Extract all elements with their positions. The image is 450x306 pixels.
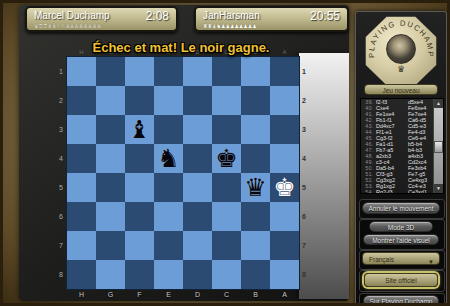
- status-message: Échec et mat! Le noir gagne.: [59, 40, 303, 55]
- square-d1[interactable]: [183, 57, 212, 86]
- official-site-button[interactable]: Site officiel: [364, 273, 438, 287]
- square-g8[interactable]: [96, 260, 125, 289]
- move-rows: 39.f2-f3d5xe440.Cxe4Fe6xe441.Fe1xe4Fe7xe…: [361, 99, 443, 194]
- coord-label-2: 2: [49, 86, 63, 115]
- coord-label-5: 5: [49, 173, 63, 202]
- square-f4[interactable]: [125, 144, 154, 173]
- square-f2[interactable]: [125, 86, 154, 115]
- square-b2[interactable]: [241, 86, 270, 115]
- square-f3[interactable]: ♝: [125, 115, 154, 144]
- square-b8[interactable]: [241, 260, 270, 289]
- white-player-clock: 2:08: [146, 9, 169, 23]
- piece-wK-a5[interactable]: ♚: [270, 173, 299, 202]
- square-e2[interactable]: [154, 86, 183, 115]
- white-player-plate: Marcel Duchamp 2:08 ♕♖♖♗♗♘♘♙♙♙♙♙♙♙♙: [25, 6, 178, 32]
- square-c6[interactable]: [212, 202, 241, 231]
- mode-3d-button[interactable]: Mode 3D: [369, 221, 433, 232]
- playing-duchamp-logo: PLAYING DUCHAMP ♛: [365, 16, 437, 86]
- coord-label-f: F: [125, 291, 154, 298]
- about-button[interactable]: Sur Playing Duchamp: [363, 295, 439, 306]
- square-c5[interactable]: [212, 173, 241, 202]
- square-g2[interactable]: [96, 86, 125, 115]
- black-player-name: JanHarsman: [203, 10, 260, 21]
- square-d3[interactable]: [183, 115, 212, 144]
- square-b7[interactable]: [241, 231, 270, 260]
- coord-label-8: 8: [302, 260, 314, 289]
- square-a3[interactable]: [270, 115, 299, 144]
- square-a5[interactable]: ♚: [270, 173, 299, 202]
- square-a4[interactable]: [270, 144, 299, 173]
- square-a7[interactable]: [270, 231, 299, 260]
- square-b5[interactable]: ♛: [241, 173, 270, 202]
- square-b3[interactable]: [241, 115, 270, 144]
- scroll-thumb[interactable]: [434, 141, 443, 153]
- square-d4[interactable]: [183, 144, 212, 173]
- coord-label-1: 1: [302, 57, 314, 86]
- square-h6[interactable]: [67, 202, 96, 231]
- move-list[interactable]: 39.f2-f3d5xe440.Cxe4Fe6xe441.Fe1xe4Fe7xe…: [360, 98, 444, 194]
- square-h4[interactable]: [67, 144, 96, 173]
- square-h3[interactable]: [67, 115, 96, 144]
- coord-label-4: 4: [49, 144, 63, 173]
- square-g1[interactable]: [96, 57, 125, 86]
- square-f1[interactable]: [125, 57, 154, 86]
- square-f7[interactable]: [125, 231, 154, 260]
- square-h1[interactable]: [67, 57, 96, 86]
- square-g6[interactable]: [96, 202, 125, 231]
- coord-label-2: 2: [302, 86, 314, 115]
- square-a8[interactable]: [270, 260, 299, 289]
- square-h5[interactable]: [67, 173, 96, 202]
- coord-label-a: A: [270, 291, 299, 298]
- square-e5[interactable]: [154, 173, 183, 202]
- language-value: Français: [369, 256, 394, 263]
- square-c4[interactable]: ♚: [212, 144, 241, 173]
- square-h2[interactable]: [67, 86, 96, 115]
- square-h7[interactable]: [67, 231, 96, 260]
- visual-aid-button[interactable]: Montrer l'aide visuel: [363, 234, 439, 245]
- square-g4[interactable]: [96, 144, 125, 173]
- square-h8[interactable]: [67, 260, 96, 289]
- coord-label-4: 4: [302, 144, 314, 173]
- square-e1[interactable]: [154, 57, 183, 86]
- coord-label-b: B: [241, 291, 270, 298]
- square-b4[interactable]: [241, 144, 270, 173]
- new-game-button[interactable]: Jeu nouveau: [364, 84, 438, 95]
- square-f5[interactable]: [125, 173, 154, 202]
- square-d7[interactable]: [183, 231, 212, 260]
- square-g7[interactable]: [96, 231, 125, 260]
- square-c2[interactable]: [212, 86, 241, 115]
- coord-label-d: D: [183, 291, 212, 298]
- move-number: 54.: [361, 189, 375, 194]
- square-e6[interactable]: [154, 202, 183, 231]
- coord-label-3: 3: [302, 115, 314, 144]
- square-c7[interactable]: [212, 231, 241, 260]
- piece-bQ-b5[interactable]: ♛: [241, 173, 270, 202]
- square-d6[interactable]: [183, 202, 212, 231]
- rank-labels-right: 12345678: [302, 57, 314, 289]
- coord-label-e: E: [154, 291, 183, 298]
- coord-label-5: 5: [302, 173, 314, 202]
- square-d2[interactable]: [183, 86, 212, 115]
- coord-label-6: 6: [302, 202, 314, 231]
- move-list-scrollbar[interactable]: ▲ ▼: [433, 99, 443, 193]
- piece-bK-c4[interactable]: ♚: [212, 144, 241, 173]
- white-player-name: Marcel Duchamp: [34, 10, 110, 21]
- rank-labels-left: 12345678: [49, 57, 63, 289]
- piece-bN-e4[interactable]: ♞: [154, 144, 183, 173]
- square-a6[interactable]: [270, 202, 299, 231]
- square-d5[interactable]: [183, 173, 212, 202]
- undo-move-button[interactable]: Annuler le mouvement: [362, 202, 440, 214]
- coord-label-g: G: [96, 291, 125, 298]
- coord-label-c: C: [212, 291, 241, 298]
- move-row-54: 54.Rg2-f3Ce3xd1: [361, 189, 443, 194]
- black-player-clock: 20:55: [310, 9, 340, 23]
- square-a1[interactable]: [270, 57, 299, 86]
- sidebar: PLAYING DUCHAMP ♛ Jeu nouveau 39.f2-f3d5…: [355, 11, 447, 305]
- black-player-plate: JanHarsman 20:55 ♜♜♝♞♟♟♟♟♟♟♟♟: [194, 6, 349, 32]
- coord-label-3: 3: [49, 115, 63, 144]
- square-e3[interactable]: [154, 115, 183, 144]
- square-f8[interactable]: [125, 260, 154, 289]
- scroll-up-icon[interactable]: ▲: [434, 99, 443, 108]
- dropdown-caret-icon: ▼: [428, 256, 434, 269]
- scroll-down-icon[interactable]: ▼: [434, 184, 443, 193]
- square-c8[interactable]: [212, 260, 241, 289]
- square-b6[interactable]: [241, 202, 270, 231]
- playing-duchamp-app: Marcel Duchamp 2:08 ♕♖♖♗♗♘♘♙♙♙♙♙♙♙♙ JanH…: [0, 0, 450, 306]
- square-b1[interactable]: [241, 57, 270, 86]
- crown-icon: ♛: [365, 64, 437, 74]
- language-select[interactable]: Français ▼: [362, 252, 440, 265]
- board-grid: ♝♞♚♛♚: [67, 57, 299, 289]
- coord-label-7: 7: [302, 231, 314, 260]
- square-e7[interactable]: [154, 231, 183, 260]
- white-captured-pieces: ♕♖♖♗♗♘♘♙♙♙♙♙♙♙♙: [34, 23, 101, 29]
- coord-label-1: 1: [49, 57, 63, 86]
- white-move: Rg2-f3: [375, 189, 407, 194]
- coord-label-7: 7: [49, 231, 63, 260]
- square-c3[interactable]: [212, 115, 241, 144]
- coord-label-h: H: [67, 291, 96, 298]
- square-e8[interactable]: [154, 260, 183, 289]
- duchamp-portrait: [386, 34, 416, 64]
- square-g3[interactable]: [96, 115, 125, 144]
- file-labels-bottom: HGFEDCBA: [67, 291, 299, 298]
- square-c1[interactable]: [212, 57, 241, 86]
- coord-label-6: 6: [49, 202, 63, 231]
- black-captured-pieces: ♜♜♝♞♟♟♟♟♟♟♟♟: [203, 23, 257, 29]
- square-e4[interactable]: ♞: [154, 144, 183, 173]
- piece-bB-f3[interactable]: ♝: [125, 115, 154, 144]
- square-f6[interactable]: [125, 202, 154, 231]
- square-d8[interactable]: [183, 260, 212, 289]
- square-a2[interactable]: [270, 86, 299, 115]
- square-g5[interactable]: [96, 173, 125, 202]
- coord-label-8: 8: [49, 260, 63, 289]
